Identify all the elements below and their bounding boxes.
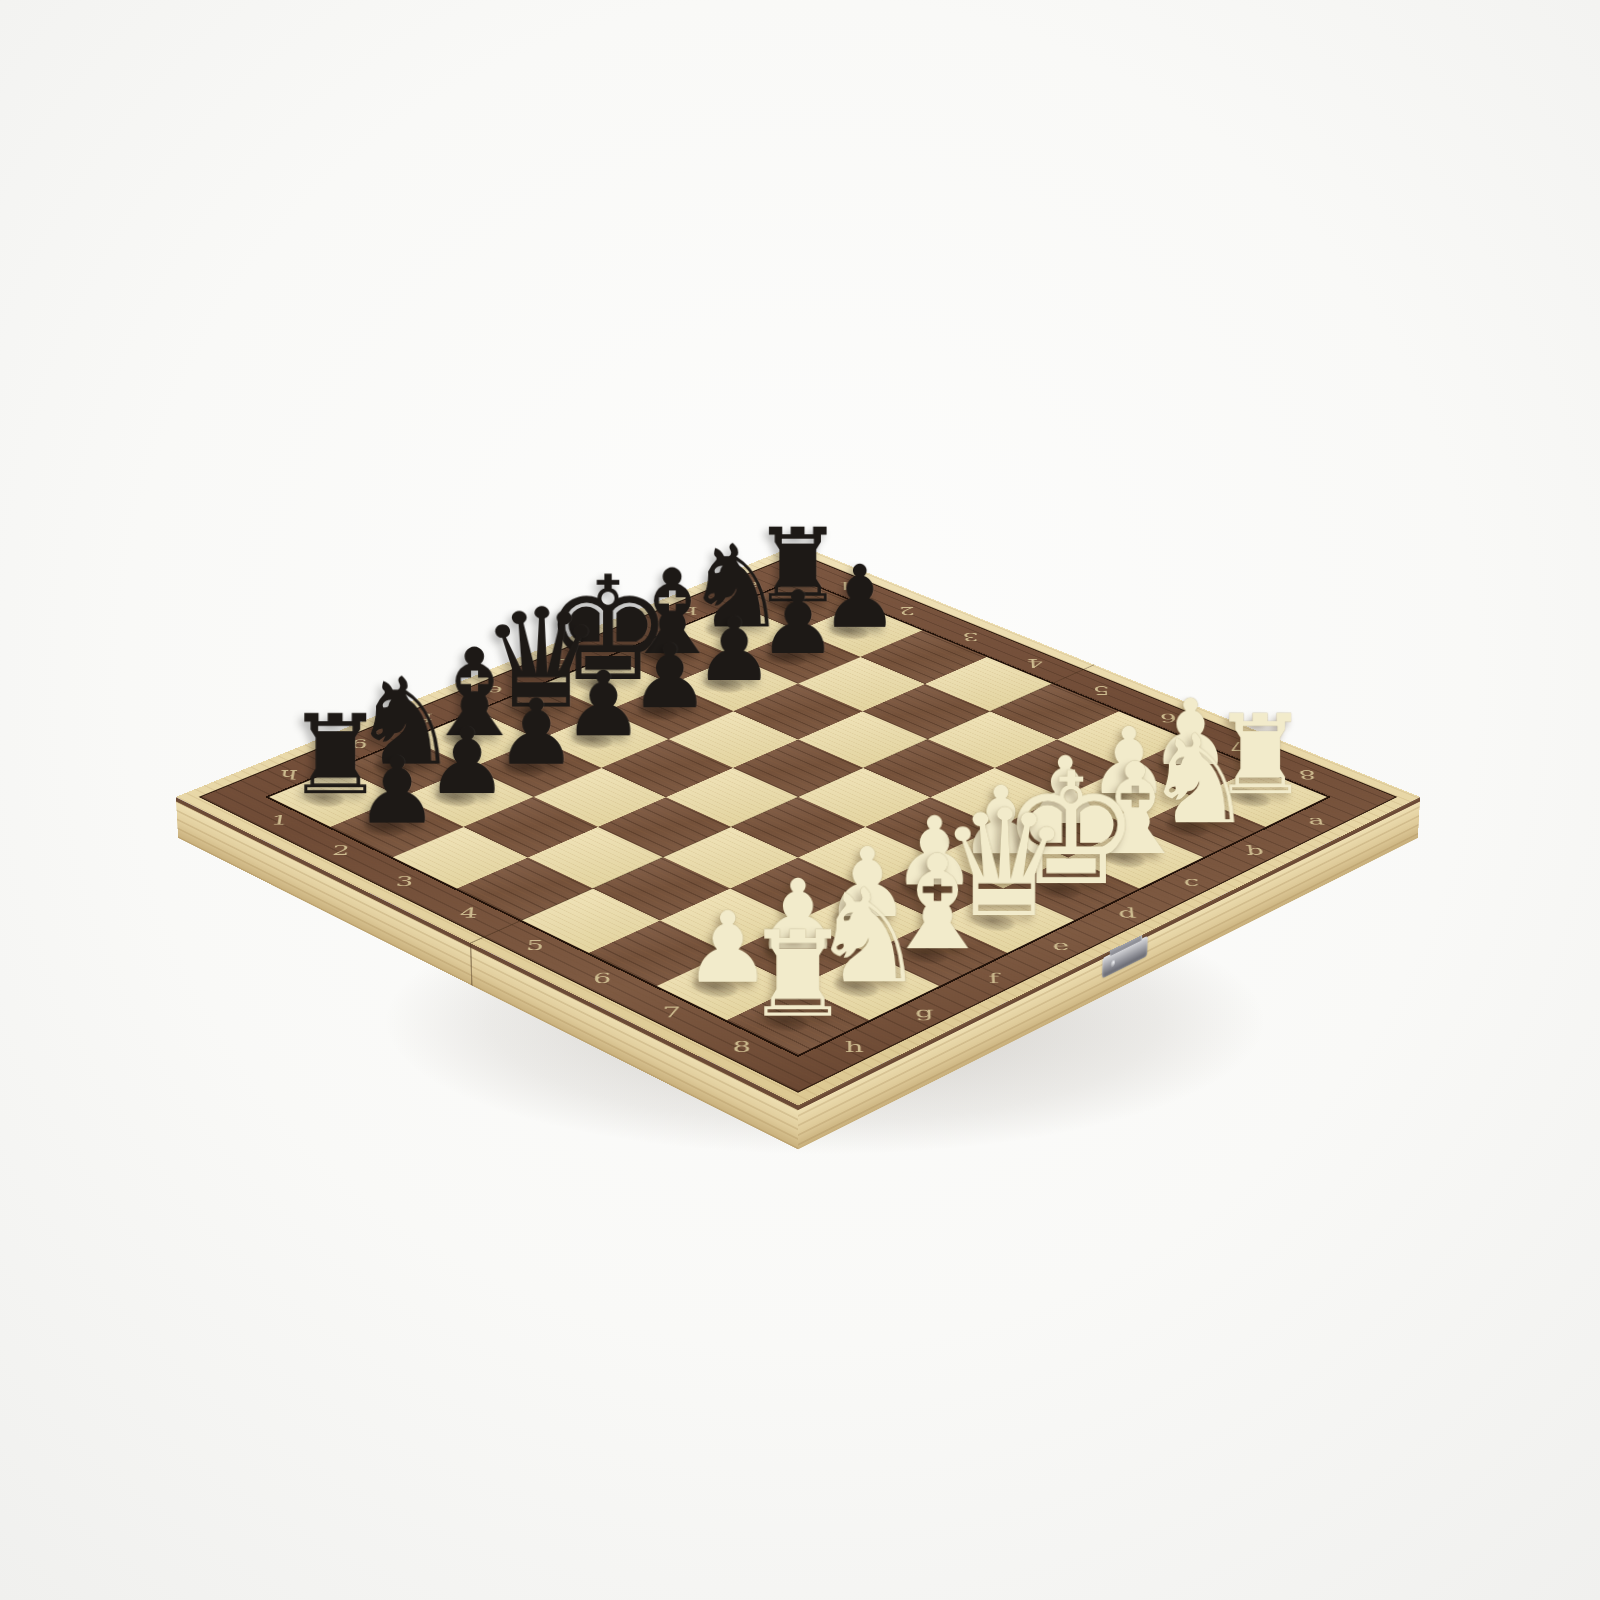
rank-label-near-6: 6 [593, 971, 612, 987]
rank-label-near-5: 5 [526, 938, 545, 953]
rank-label-far-3: 3 [962, 630, 979, 642]
clasp-screw [1110, 959, 1115, 968]
rank-label-far-2: 2 [899, 605, 916, 617]
metal-clasp [1102, 936, 1148, 979]
white-rook-h8: ♜ [745, 915, 852, 1034]
rank-label-far-4: 4 [1027, 657, 1044, 670]
black-pawn-h2: ♟ [355, 745, 438, 838]
square-d4 [733, 739, 864, 797]
fold-seam-side [470, 943, 473, 986]
product-photo-stage: ♜♟♟♜♞♟♟♞♝♟♟♝♚♟♟♚♛♟♟♛♝♟♟♝♞♟♟♞♜♟♟♜ 11aa22b… [0, 0, 1600, 1600]
